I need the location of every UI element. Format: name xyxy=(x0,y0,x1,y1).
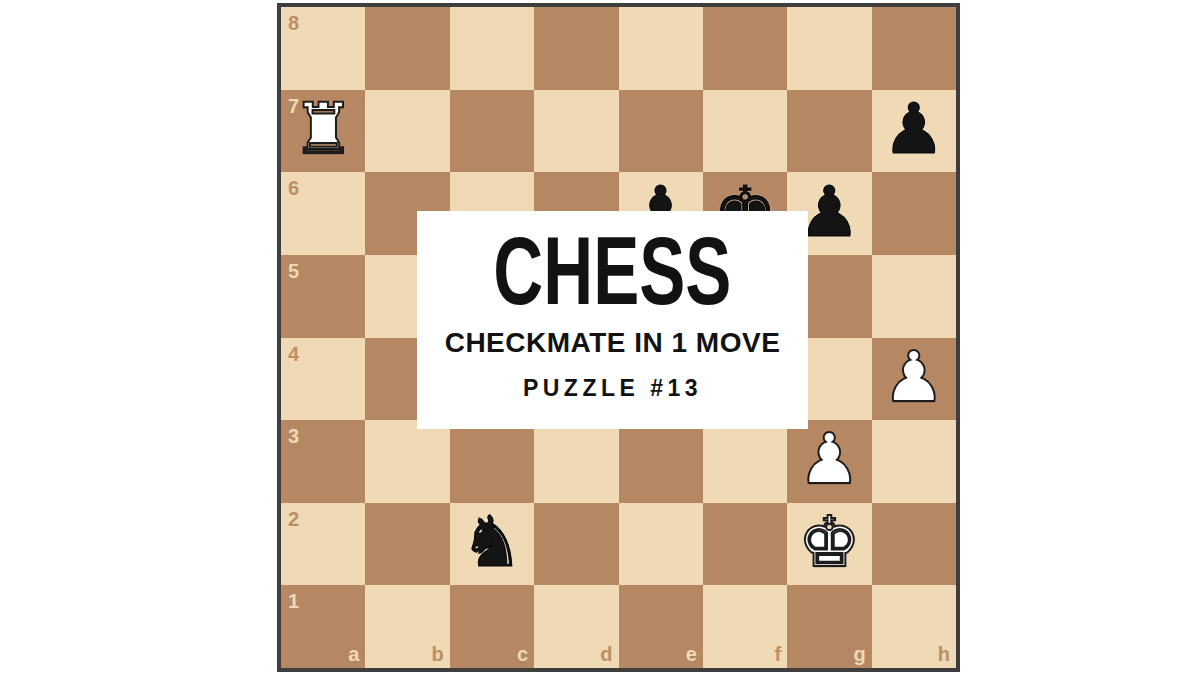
square-b3 xyxy=(365,420,449,503)
square-a5: 5 xyxy=(281,255,365,338)
square-a3: 3 xyxy=(281,420,365,503)
square-f8 xyxy=(703,7,787,90)
file-label-a: a xyxy=(348,644,359,664)
square-a1: 1a xyxy=(281,585,365,668)
square-f3 xyxy=(703,420,787,503)
square-h2 xyxy=(872,503,956,586)
square-d8 xyxy=(534,7,618,90)
rank-label-1: 1 xyxy=(288,591,299,611)
square-g7 xyxy=(787,90,871,173)
square-b2 xyxy=(365,503,449,586)
piece-white-pawn-h4: ♟ xyxy=(882,342,945,412)
square-f1: f xyxy=(703,585,787,668)
square-d1: d xyxy=(534,585,618,668)
square-h3 xyxy=(872,420,956,503)
square-a4: 4 xyxy=(281,338,365,421)
piece-white-rook-a7: ♜ xyxy=(292,94,355,164)
square-c7 xyxy=(450,90,534,173)
puzzle-card: CHESS CHECKMATE IN 1 MOVE PUZZLE #13 xyxy=(417,211,808,429)
square-g1: g xyxy=(787,585,871,668)
puzzle-number: PUZZLE #13 xyxy=(523,377,702,400)
square-b7 xyxy=(365,90,449,173)
square-e8 xyxy=(619,7,703,90)
square-c2: ♞ xyxy=(450,503,534,586)
square-f2 xyxy=(703,503,787,586)
square-h1: h xyxy=(872,585,956,668)
file-label-b: b xyxy=(432,644,444,664)
square-b1: b xyxy=(365,585,449,668)
square-e7 xyxy=(619,90,703,173)
square-h5 xyxy=(872,255,956,338)
file-label-c: c xyxy=(517,644,528,664)
square-e3 xyxy=(619,420,703,503)
square-g2: ♚ xyxy=(787,503,871,586)
rank-label-4: 4 xyxy=(288,344,299,364)
square-d2 xyxy=(534,503,618,586)
square-a7: 7♜ xyxy=(281,90,365,173)
rank-label-5: 5 xyxy=(288,261,299,281)
piece-white-pawn-g3: ♟ xyxy=(798,424,861,494)
square-h4: ♟ xyxy=(872,338,956,421)
square-c8 xyxy=(450,7,534,90)
square-a8: 8 xyxy=(281,7,365,90)
puzzle-title: CHESS xyxy=(493,225,731,316)
rank-label-8: 8 xyxy=(288,13,299,33)
rank-label-2: 2 xyxy=(288,509,299,529)
file-label-d: d xyxy=(600,644,612,664)
square-g3: ♟ xyxy=(787,420,871,503)
square-h7: ♟ xyxy=(872,90,956,173)
square-a6: 6 xyxy=(281,172,365,255)
square-c1: c xyxy=(450,585,534,668)
square-b8 xyxy=(365,7,449,90)
puzzle-subtitle: CHECKMATE IN 1 MOVE xyxy=(445,329,781,357)
square-e2 xyxy=(619,503,703,586)
file-label-e: e xyxy=(686,644,697,664)
square-c3 xyxy=(450,420,534,503)
rank-label-3: 3 xyxy=(288,426,299,446)
square-g8 xyxy=(787,7,871,90)
square-h6 xyxy=(872,172,956,255)
square-e1: e xyxy=(619,585,703,668)
piece-white-king-g2: ♚ xyxy=(798,507,861,577)
square-a2: 2 xyxy=(281,503,365,586)
square-f7 xyxy=(703,90,787,173)
rank-label-6: 6 xyxy=(288,178,299,198)
square-d3 xyxy=(534,420,618,503)
file-label-h: h xyxy=(938,644,950,664)
file-label-g: g xyxy=(853,644,865,664)
piece-black-knight-c2: ♞ xyxy=(461,507,524,577)
square-d7 xyxy=(534,90,618,173)
piece-black-pawn-h7: ♟ xyxy=(882,94,945,164)
square-h8 xyxy=(872,7,956,90)
file-label-f: f xyxy=(775,644,782,664)
